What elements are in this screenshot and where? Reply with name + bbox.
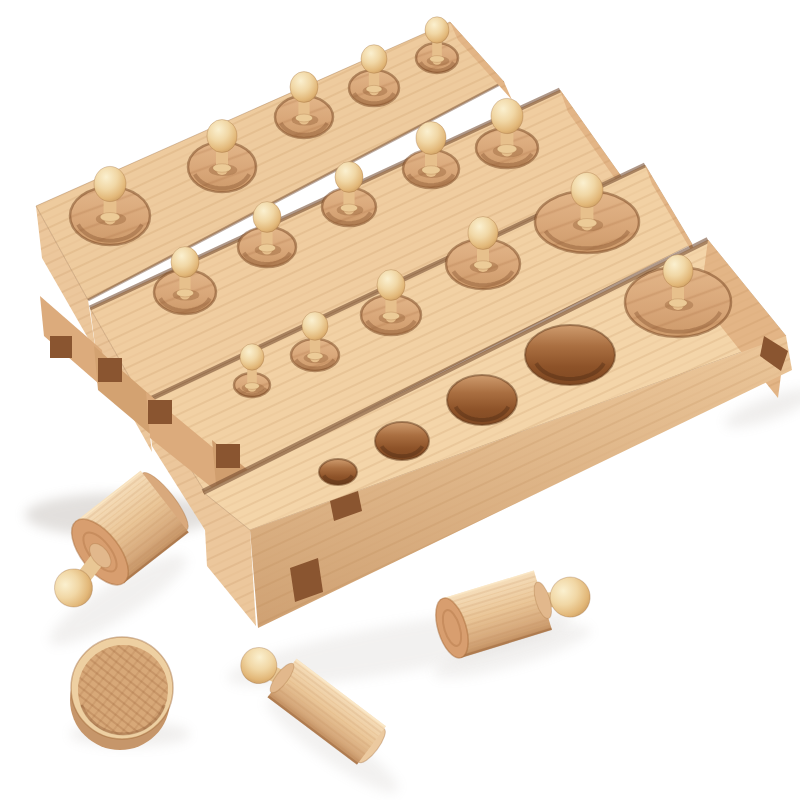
block-4-socket-4[interactable] bbox=[525, 325, 615, 385]
scene-svg bbox=[0, 0, 800, 800]
block-1-socket-4-knob-flare bbox=[366, 85, 382, 92]
block-2-socket-2-knob-ball bbox=[253, 202, 281, 233]
block-2-socket-5-knob-ball bbox=[491, 98, 523, 133]
block-3-socket-3-knob-flare bbox=[382, 312, 399, 320]
block-1-socket-5-knob-flare bbox=[430, 56, 445, 63]
base-foot-notch-3 bbox=[148, 400, 172, 424]
base-foot-notch-1 bbox=[50, 336, 72, 358]
block-3-socket-4-knob-ball bbox=[468, 217, 498, 250]
block-2-socket-3-knob-ball bbox=[335, 162, 363, 193]
block-2-socket-4-knob-flare bbox=[422, 166, 441, 174]
block-3-socket-2-knob-flare bbox=[307, 352, 323, 359]
block-4-socket-5-knob[interactable] bbox=[663, 255, 693, 312]
block-3-socket-5-knob-ball bbox=[571, 172, 603, 207]
block-3-socket-1-knob-ball bbox=[240, 344, 264, 370]
block-2-socket-1-knob-ball bbox=[171, 247, 199, 278]
block-1-socket-2-knob-ball bbox=[207, 120, 237, 153]
block-1-socket-4-knob-ball bbox=[361, 45, 387, 74]
block-3-socket-4-knob[interactable] bbox=[468, 217, 498, 274]
block-4-socket-1[interactable] bbox=[319, 459, 357, 485]
block-2-socket-5-knob-flare bbox=[497, 145, 517, 154]
block-3-socket-1-knob-flare bbox=[245, 383, 260, 390]
base-foot-notch-2 bbox=[98, 358, 122, 382]
block-3-socket-3-knob-ball bbox=[377, 270, 405, 301]
block-2-socket-4-knob-ball bbox=[416, 122, 446, 155]
block-2-socket-4-knob[interactable] bbox=[416, 122, 446, 179]
block-1-socket-1-knob-flare bbox=[100, 213, 120, 222]
block-3-socket-2-knob-ball bbox=[302, 312, 328, 341]
block-2-socket-5-knob[interactable] bbox=[491, 98, 523, 157]
block-1-socket-5-knob-ball bbox=[425, 17, 449, 43]
block-3-socket-4-knob-flare bbox=[474, 261, 493, 269]
product-photo-montessori-cylinder-blocks bbox=[0, 0, 800, 800]
block-1-socket-1-knob-ball bbox=[94, 166, 126, 201]
block-4-socket-3[interactable] bbox=[447, 375, 517, 425]
block-1-socket-3-knob-ball bbox=[290, 72, 318, 103]
block-4-socket-5-knob-flare bbox=[669, 299, 688, 307]
block-1-socket-2-knob[interactable] bbox=[207, 120, 237, 177]
block-1-socket-2-knob-flare bbox=[213, 164, 232, 172]
block-4-socket-4-hole[interactable] bbox=[525, 325, 615, 385]
block-2-socket-2-knob-flare bbox=[258, 244, 275, 252]
block-3-socket-5-knob[interactable] bbox=[571, 172, 603, 231]
block-4-socket-2[interactable] bbox=[375, 422, 429, 460]
block-1-socket-3-knob-flare bbox=[295, 114, 312, 122]
block-4-socket-3-hole[interactable] bbox=[447, 375, 517, 425]
block-1-socket-1-knob[interactable] bbox=[94, 166, 126, 225]
base-foot-notch-4 bbox=[216, 444, 240, 468]
block-3-socket-5-knob-flare bbox=[577, 219, 597, 228]
block-4-socket-5-knob-ball bbox=[663, 255, 693, 288]
block-2-socket-3-knob-flare bbox=[340, 204, 357, 212]
block-2-socket-1-knob-flare bbox=[176, 289, 193, 297]
